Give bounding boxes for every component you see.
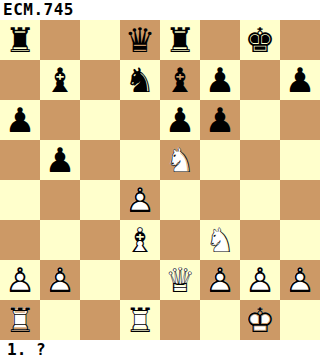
black-pawn-h7: ♟ [280, 60, 320, 100]
square-b3[interactable] [40, 220, 80, 260]
square-e7[interactable]: ♝ [160, 60, 200, 100]
white-king-g1: ♚ [240, 300, 280, 340]
square-e1[interactable] [160, 300, 200, 340]
square-f2[interactable]: ♟ [200, 260, 240, 300]
square-b1[interactable] [40, 300, 80, 340]
black-queen-d8: ♛ [120, 20, 160, 60]
square-b8[interactable] [40, 20, 80, 60]
move-prompt: 1. ? [0, 340, 320, 360]
square-e2[interactable]: ♛ [160, 260, 200, 300]
square-g7[interactable] [240, 60, 280, 100]
black-pawn-f6: ♟ [200, 100, 240, 140]
square-c3[interactable] [80, 220, 120, 260]
square-g8[interactable]: ♚ [240, 20, 280, 60]
square-g4[interactable] [240, 180, 280, 220]
square-d7[interactable]: ♞ [120, 60, 160, 100]
square-g3[interactable] [240, 220, 280, 260]
square-c6[interactable] [80, 100, 120, 140]
white-pawn-h2: ♟ [280, 260, 320, 300]
black-bishop-e7: ♝ [160, 60, 200, 100]
square-f7[interactable]: ♟ [200, 60, 240, 100]
square-a7[interactable] [0, 60, 40, 100]
square-a5[interactable] [0, 140, 40, 180]
square-c5[interactable] [80, 140, 120, 180]
square-f6[interactable]: ♟ [200, 100, 240, 140]
square-f1[interactable] [200, 300, 240, 340]
puzzle-title: ECM.745 [0, 0, 320, 20]
square-e8[interactable]: ♜ [160, 20, 200, 60]
square-c7[interactable] [80, 60, 120, 100]
square-g6[interactable] [240, 100, 280, 140]
square-b5[interactable]: ♟ [40, 140, 80, 180]
square-e4[interactable] [160, 180, 200, 220]
square-d1[interactable]: ♜ [120, 300, 160, 340]
white-pawn-b2: ♟ [40, 260, 80, 300]
square-h3[interactable] [280, 220, 320, 260]
ecm-puzzle-viewer: ECM.745 ♜♛♜♚♝♞♝♟♟♟♟♟♟♞♟♝♞♟♟♛♟♟♟♜♜♚ 1. ? [0, 0, 320, 360]
square-a8[interactable]: ♜ [0, 20, 40, 60]
square-c1[interactable] [80, 300, 120, 340]
black-pawn-e6: ♟ [160, 100, 200, 140]
white-queen-e2: ♛ [160, 260, 200, 300]
white-rook-d1: ♜ [120, 300, 160, 340]
square-c2[interactable] [80, 260, 120, 300]
square-b7[interactable]: ♝ [40, 60, 80, 100]
black-knight-d7: ♞ [120, 60, 160, 100]
white-pawn-d4: ♟ [120, 180, 160, 220]
square-d8[interactable]: ♛ [120, 20, 160, 60]
square-b4[interactable] [40, 180, 80, 220]
black-rook-a8: ♜ [0, 20, 40, 60]
black-pawn-f7: ♟ [200, 60, 240, 100]
square-e5[interactable]: ♞ [160, 140, 200, 180]
square-g1[interactable]: ♚ [240, 300, 280, 340]
black-pawn-a6: ♟ [0, 100, 40, 140]
square-g5[interactable] [240, 140, 280, 180]
square-a4[interactable] [0, 180, 40, 220]
square-h1[interactable] [280, 300, 320, 340]
square-a1[interactable]: ♜ [0, 300, 40, 340]
white-knight-e5: ♞ [160, 140, 200, 180]
black-pawn-b5: ♟ [40, 140, 80, 180]
white-pawn-g2: ♟ [240, 260, 280, 300]
square-h6[interactable] [280, 100, 320, 140]
square-a6[interactable]: ♟ [0, 100, 40, 140]
square-h5[interactable] [280, 140, 320, 180]
square-d4[interactable]: ♟ [120, 180, 160, 220]
square-h8[interactable] [280, 20, 320, 60]
square-a3[interactable] [0, 220, 40, 260]
square-h4[interactable] [280, 180, 320, 220]
black-rook-e8: ♜ [160, 20, 200, 60]
white-bishop-d3: ♝ [120, 220, 160, 260]
square-d3[interactable]: ♝ [120, 220, 160, 260]
white-pawn-a2: ♟ [0, 260, 40, 300]
square-f4[interactable] [200, 180, 240, 220]
square-c8[interactable] [80, 20, 120, 60]
square-a2[interactable]: ♟ [0, 260, 40, 300]
square-c4[interactable] [80, 180, 120, 220]
square-b6[interactable] [40, 100, 80, 140]
square-h2[interactable]: ♟ [280, 260, 320, 300]
square-g2[interactable]: ♟ [240, 260, 280, 300]
square-d6[interactable] [120, 100, 160, 140]
square-e3[interactable] [160, 220, 200, 260]
square-f3[interactable]: ♞ [200, 220, 240, 260]
chess-board: ♜♛♜♚♝♞♝♟♟♟♟♟♟♞♟♝♞♟♟♛♟♟♟♜♜♚ [0, 20, 320, 340]
white-rook-a1: ♜ [0, 300, 40, 340]
black-king-g8: ♚ [240, 20, 280, 60]
square-f8[interactable] [200, 20, 240, 60]
square-d5[interactable] [120, 140, 160, 180]
white-pawn-f2: ♟ [200, 260, 240, 300]
square-f5[interactable] [200, 140, 240, 180]
square-h7[interactable]: ♟ [280, 60, 320, 100]
black-bishop-b7: ♝ [40, 60, 80, 100]
square-e6[interactable]: ♟ [160, 100, 200, 140]
square-d2[interactable] [120, 260, 160, 300]
square-b2[interactable]: ♟ [40, 260, 80, 300]
white-knight-f3: ♞ [200, 220, 240, 260]
